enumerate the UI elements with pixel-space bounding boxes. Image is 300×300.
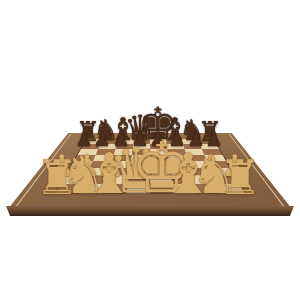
piece-light-R-h1[interactable]: ♜: [218, 153, 261, 201]
product-photo-scene: ♜♞♝♛♚♝♞♜♟♟♟♟♟♟♟♟♟♟♟♟♟♟♟♟♜♞♝♛♚♝♞♜: [0, 0, 300, 300]
